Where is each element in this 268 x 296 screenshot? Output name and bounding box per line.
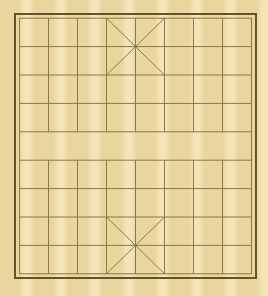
river-text-chu-he <box>58 136 120 156</box>
file-labels-red-side <box>5 277 266 287</box>
xiangqi-app-window <box>0 0 268 296</box>
river-text-han-jie <box>148 136 210 156</box>
xiangqi-board[interactable] <box>5 4 266 288</box>
ime-status-bar[interactable] <box>0 287 268 296</box>
